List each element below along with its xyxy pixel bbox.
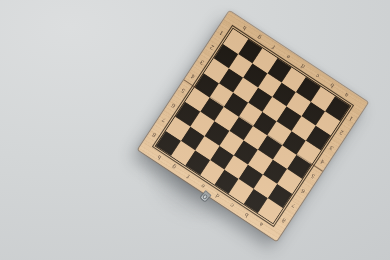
photo-backdrop: abcdefgh abcdefgh 87654321 87654321 — [0, 0, 390, 260]
squares-grid — [156, 29, 349, 222]
chessboard: abcdefgh abcdefgh 87654321 87654321 — [138, 11, 368, 241]
fold-latch-clasp-icon — [198, 190, 211, 203]
